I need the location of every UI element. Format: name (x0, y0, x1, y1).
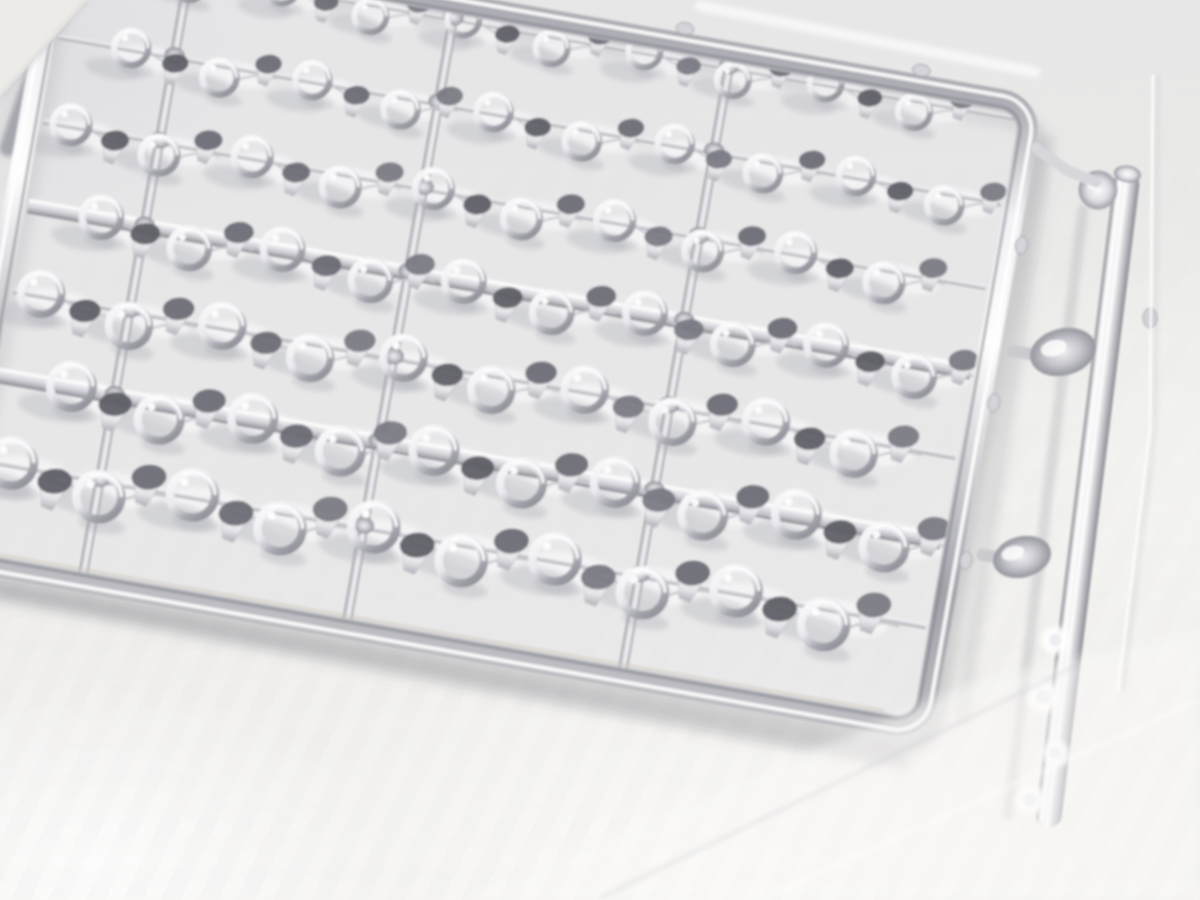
sprue-photo (0, 0, 1200, 900)
photo-scene (0, 0, 1200, 900)
bag-overlay (0, 0, 1200, 900)
